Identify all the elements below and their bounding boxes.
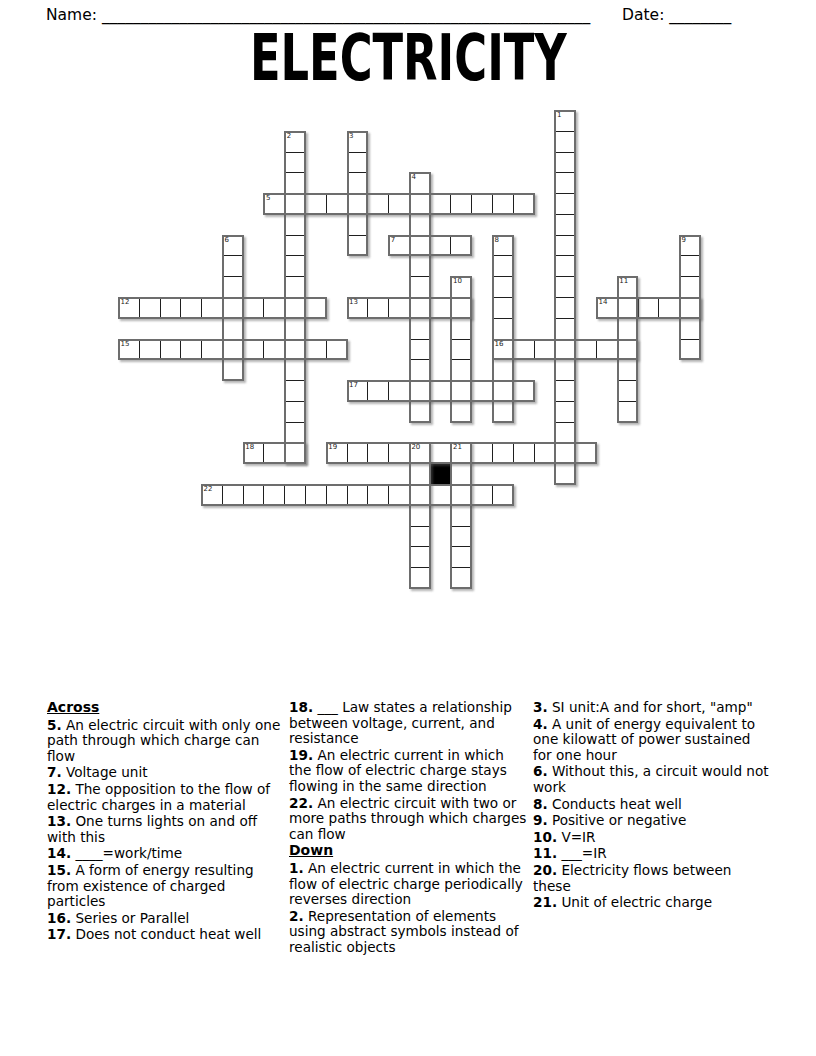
- grid-cell[interactable]: [139, 297, 161, 319]
- clue-down-9: 9. Positive or negative: [533, 813, 771, 829]
- grid-cell[interactable]: [409, 401, 431, 423]
- grid-cell[interactable]: [450, 297, 472, 319]
- grid-cell[interactable]: [409, 567, 431, 589]
- grid-cell[interactable]: [284, 235, 306, 257]
- grid-cell[interactable]: [409, 214, 431, 236]
- grid-cell[interactable]: [284, 484, 306, 506]
- puzzle-title: ELECTRICITY: [0, 26, 816, 90]
- grid-cell[interactable]: [284, 193, 306, 215]
- grid-cell[interactable]: [513, 193, 535, 215]
- grid-cell[interactable]: [575, 339, 597, 361]
- grid-cell[interactable]: [409, 526, 431, 548]
- blocked-cell: [430, 463, 452, 485]
- clue-number-label: 19.: [289, 747, 313, 763]
- clue-across-7: 7. Voltage unit: [47, 765, 282, 781]
- grid-cell[interactable]: [617, 339, 639, 361]
- grid-cell[interactable]: [263, 442, 285, 464]
- grid-cell[interactable]: [554, 131, 576, 153]
- across-heading: Across: [47, 700, 282, 716]
- grid-cell[interactable]: [471, 193, 493, 215]
- grid-cell[interactable]: [118, 297, 140, 319]
- grid-cell[interactable]: [139, 339, 161, 361]
- grid-cell[interactable]: [347, 172, 369, 194]
- grid-cell[interactable]: [263, 297, 285, 319]
- grid-cell[interactable]: [430, 484, 452, 506]
- grid-cell[interactable]: [450, 484, 472, 506]
- grid-cell[interactable]: [679, 297, 701, 319]
- grid-cell[interactable]: [617, 380, 639, 402]
- grid-cell[interactable]: [222, 297, 244, 319]
- grid-cell[interactable]: [284, 401, 306, 423]
- grid-cell[interactable]: [305, 339, 327, 361]
- grid-cell[interactable]: [409, 318, 431, 340]
- grid-cell[interactable]: [430, 442, 452, 464]
- clue-across-17: 17. Does not conduct heat well: [47, 927, 282, 943]
- clue-down-3: 3. SI unit:A and for short, "amp": [533, 700, 771, 716]
- grid-cell[interactable]: [409, 339, 431, 361]
- grid-cell[interactable]: [554, 172, 576, 194]
- grid-cell[interactable]: [617, 359, 639, 381]
- grid-cell[interactable]: [222, 255, 244, 277]
- date-write-line: ________: [669, 6, 731, 24]
- grid-cell[interactable]: [409, 193, 431, 215]
- clue-down-11: 11. ___=IR: [533, 846, 771, 862]
- grid-cell[interactable]: [430, 235, 452, 257]
- clue-number-label: 15.: [47, 862, 71, 878]
- grid-cell[interactable]: [409, 297, 431, 319]
- grid-cell[interactable]: [409, 380, 431, 402]
- grid-cell[interactable]: [450, 546, 472, 568]
- grid-cell[interactable]: [326, 442, 348, 464]
- grid-cell[interactable]: [450, 276, 472, 298]
- grid-cell[interactable]: [284, 214, 306, 236]
- grid-cell[interactable]: [492, 318, 514, 340]
- grid-cell[interactable]: [347, 442, 369, 464]
- clue-number-label: 4.: [533, 716, 548, 732]
- grid-cell[interactable]: [347, 380, 369, 402]
- clue-number-label: 11.: [533, 845, 557, 861]
- grid-cell[interactable]: [679, 276, 701, 298]
- grid-cell[interactable]: [596, 339, 618, 361]
- clue-number-label: 21.: [533, 894, 557, 910]
- grid-cell[interactable]: [450, 567, 472, 589]
- grid-cell[interactable]: [492, 339, 514, 361]
- grid-cell[interactable]: [326, 484, 348, 506]
- grid-cell[interactable]: [513, 442, 535, 464]
- clue-number-label: 13.: [47, 813, 71, 829]
- grid-cell[interactable]: [347, 152, 369, 174]
- grid-cell[interactable]: [554, 401, 576, 423]
- grid-cell[interactable]: [222, 276, 244, 298]
- clue-number-label: 3.: [533, 699, 548, 715]
- grid-cell[interactable]: [347, 235, 369, 257]
- grid-cell[interactable]: [534, 339, 556, 361]
- clue-number-label: 10.: [533, 829, 557, 845]
- grid-cell[interactable]: [409, 442, 431, 464]
- grid-cell[interactable]: [263, 339, 285, 361]
- grid-cell[interactable]: [679, 318, 701, 340]
- clue-number-label: 17.: [47, 926, 71, 942]
- grid-cell[interactable]: [284, 152, 306, 174]
- grid-cell[interactable]: [367, 484, 389, 506]
- grid-cell[interactable]: [284, 359, 306, 381]
- grid-cell[interactable]: [450, 505, 472, 527]
- grid-cell[interactable]: [492, 401, 514, 423]
- clue-down-6: 6. Without this, a circuit would not wor…: [533, 764, 771, 795]
- grid-cell[interactable]: [284, 172, 306, 194]
- grid-cell[interactable]: [222, 318, 244, 340]
- clue-number-label: 20.: [533, 862, 557, 878]
- grid-cell[interactable]: [409, 359, 431, 381]
- grid-cell[interactable]: [284, 131, 306, 153]
- grid-cell[interactable]: [554, 422, 576, 444]
- grid-cell[interactable]: [284, 297, 306, 319]
- grid-cell[interactable]: [554, 359, 576, 381]
- grid-cell[interactable]: [201, 339, 223, 361]
- grid-cell[interactable]: [409, 276, 431, 298]
- grid-cell[interactable]: [160, 339, 182, 361]
- grid-cell[interactable]: [284, 422, 306, 444]
- grid-cell[interactable]: [492, 276, 514, 298]
- grid-cell[interactable]: [243, 339, 265, 361]
- grid-cell[interactable]: [554, 339, 576, 361]
- grid-cell[interactable]: [305, 297, 327, 319]
- grid-cell[interactable]: [554, 214, 576, 236]
- grid-cell[interactable]: [347, 297, 369, 319]
- date-label: Date:: [622, 6, 664, 24]
- clue-across-18: 18. ___ Law states a relationship betwee…: [289, 700, 529, 747]
- grid-cell[interactable]: [367, 193, 389, 215]
- grid-cell[interactable]: [554, 442, 576, 464]
- clue-across-13: 13. One turns lights on and off with thi…: [47, 814, 282, 845]
- grid-cell[interactable]: [554, 193, 576, 215]
- clue-across-19: 19. An electric current in which the flo…: [289, 748, 529, 795]
- grid-cell[interactable]: [450, 401, 472, 423]
- clue-down-1: 1. An electric current in which the flow…: [289, 861, 529, 908]
- down-heading: Down: [289, 843, 529, 859]
- grid-cell[interactable]: [367, 442, 389, 464]
- grid-cell[interactable]: [554, 318, 576, 340]
- grid-cell[interactable]: [575, 442, 597, 464]
- grid-cell[interactable]: [409, 546, 431, 568]
- grid-cell[interactable]: [554, 297, 576, 319]
- grid-cell[interactable]: [305, 484, 327, 506]
- grid-cell[interactable]: [284, 276, 306, 298]
- grid-cell[interactable]: [284, 442, 306, 464]
- clue-number-label: 7.: [47, 764, 62, 780]
- grid-cell[interactable]: [492, 380, 514, 402]
- grid-cell[interactable]: [513, 339, 535, 361]
- clue-down-21: 21. Unit of electric charge: [533, 895, 771, 911]
- grid-cell[interactable]: [450, 442, 472, 464]
- grid-cell[interactable]: [222, 339, 244, 361]
- clue-number-label: 14.: [47, 845, 71, 861]
- name-label: Name:: [46, 6, 97, 24]
- grid-cell[interactable]: [388, 297, 410, 319]
- grid-cell[interactable]: [430, 193, 452, 215]
- grid-cell[interactable]: [450, 339, 472, 361]
- clue-number-label: 1.: [289, 860, 304, 876]
- clue-down-4: 4. A unit of energy equivalent to one ki…: [533, 717, 771, 764]
- clue-number-label: 9.: [533, 812, 548, 828]
- grid-cell[interactable]: [679, 255, 701, 277]
- clue-number-label: 6.: [533, 763, 548, 779]
- grid-cell[interactable]: [471, 442, 493, 464]
- clue-across-15: 15. A form of energy resulting from exis…: [47, 863, 282, 910]
- grid-cell[interactable]: [450, 380, 472, 402]
- grid-cell[interactable]: [201, 484, 223, 506]
- grid-cell[interactable]: [409, 463, 431, 485]
- grid-cell[interactable]: [305, 193, 327, 215]
- grid-cell[interactable]: [492, 297, 514, 319]
- clue-across-14: 14. ____=work/time: [47, 846, 282, 862]
- grid-cell[interactable]: [263, 484, 285, 506]
- clue-column-1: Across5. An electric circuit with only o…: [47, 700, 282, 944]
- grid-cell[interactable]: [450, 193, 472, 215]
- grid-cell[interactable]: [554, 255, 576, 277]
- grid-cell[interactable]: [679, 235, 701, 257]
- clue-down-8: 8. Conducts heat well: [533, 797, 771, 813]
- grid-cell[interactable]: [492, 193, 514, 215]
- puzzle-title-text: ELECTRICITY: [250, 26, 567, 90]
- grid-cell[interactable]: [388, 380, 410, 402]
- clue-number-label: 18.: [289, 699, 313, 715]
- clue-number-label: 8.: [533, 796, 548, 812]
- grid-cell[interactable]: [492, 359, 514, 381]
- grid-cell[interactable]: [492, 235, 514, 257]
- grid-cell[interactable]: [554, 152, 576, 174]
- clue-number-label: 12.: [47, 781, 71, 797]
- grid-cell[interactable]: [326, 339, 348, 361]
- clue-across-12: 12. The opposition to the flow of electr…: [47, 782, 282, 813]
- grid-cell[interactable]: [243, 297, 265, 319]
- grid-cell[interactable]: [554, 110, 576, 132]
- grid-cell[interactable]: [617, 318, 639, 340]
- grid-cell[interactable]: [388, 484, 410, 506]
- clue-number-label: 5.: [47, 717, 62, 733]
- grid-cell[interactable]: [180, 339, 202, 361]
- grid-cell[interactable]: [367, 380, 389, 402]
- clue-number-label: 16.: [47, 910, 71, 926]
- grid-cell[interactable]: [617, 401, 639, 423]
- grid-cell[interactable]: [450, 359, 472, 381]
- grid-cell[interactable]: [450, 318, 472, 340]
- grid-cell[interactable]: [263, 193, 285, 215]
- grid-cell[interactable]: [222, 484, 244, 506]
- grid-cell[interactable]: [347, 214, 369, 236]
- grid-cell[interactable]: [596, 297, 618, 319]
- grid-cell[interactable]: [347, 131, 369, 153]
- grid-cell[interactable]: [201, 297, 223, 319]
- grid-cell[interactable]: [388, 193, 410, 215]
- grid-cell[interactable]: [347, 193, 369, 215]
- grid-cell[interactable]: [222, 359, 244, 381]
- clue-across-5: 5. An electric circuit with only one pat…: [47, 718, 282, 765]
- clue-down-20: 20. Electricity flows between these: [533, 863, 771, 894]
- grid-cell[interactable]: [554, 276, 576, 298]
- grid-cell[interactable]: [679, 339, 701, 361]
- grid-cell[interactable]: [534, 442, 556, 464]
- grid-cell[interactable]: [388, 442, 410, 464]
- grid-cell[interactable]: [513, 380, 535, 402]
- grid-cell[interactable]: [118, 339, 140, 361]
- clue-number-label: 2.: [289, 908, 304, 924]
- clue-across-22: 22. An electric circuit with two or more…: [289, 796, 529, 843]
- grid-cell[interactable]: [180, 297, 202, 319]
- grid-cell[interactable]: [638, 297, 660, 319]
- clue-across-16: 16. Series or Parallel: [47, 911, 282, 927]
- grid-cell[interactable]: [450, 235, 472, 257]
- grid-cell[interactable]: [471, 484, 493, 506]
- clue-down-2: 2. Representation of elements using abst…: [289, 909, 529, 956]
- grid-cell[interactable]: [409, 484, 431, 506]
- grid-cell[interactable]: [409, 255, 431, 277]
- clue-down-10: 10. V=IR: [533, 830, 771, 846]
- grid-cell[interactable]: [222, 235, 244, 257]
- grid-cell[interactable]: [617, 276, 639, 298]
- grid-cell[interactable]: [471, 380, 493, 402]
- grid-cell[interactable]: [450, 463, 472, 485]
- grid-cell[interactable]: [658, 297, 680, 319]
- grid-cell[interactable]: [409, 505, 431, 527]
- grid-cell[interactable]: [284, 255, 306, 277]
- grid-cell[interactable]: [492, 442, 514, 464]
- grid-cell[interactable]: [388, 235, 410, 257]
- clue-column-3: 3. SI unit:A and for short, "amp"4. A un…: [533, 700, 771, 912]
- grid-cell[interactable]: [326, 193, 348, 215]
- clue-column-2: 18. ___ Law states a relationship betwee…: [289, 700, 529, 957]
- grid-cell[interactable]: [554, 235, 576, 257]
- grid-cell[interactable]: [409, 235, 431, 257]
- grid-cell[interactable]: [367, 297, 389, 319]
- grid-cell[interactable]: [492, 484, 514, 506]
- grid-cell[interactable]: [284, 318, 306, 340]
- grid-cell[interactable]: [243, 484, 265, 506]
- grid-cell[interactable]: [450, 526, 472, 548]
- grid-cell[interactable]: [243, 442, 265, 464]
- grid-cell[interactable]: [347, 484, 369, 506]
- grid-cell[interactable]: [409, 172, 431, 194]
- grid-cell[interactable]: [284, 339, 306, 361]
- grid-cell[interactable]: [284, 380, 306, 402]
- crossword-grid: 12345678910111213141516171819202122: [118, 110, 701, 589]
- grid-cell[interactable]: [430, 380, 452, 402]
- grid-cell[interactable]: [554, 380, 576, 402]
- grid-cell[interactable]: [554, 463, 576, 485]
- grid-cell[interactable]: [430, 297, 452, 319]
- grid-cell[interactable]: [617, 297, 639, 319]
- grid-cell[interactable]: [160, 297, 182, 319]
- grid-cell[interactable]: [492, 255, 514, 277]
- clue-number-label: 22.: [289, 795, 313, 811]
